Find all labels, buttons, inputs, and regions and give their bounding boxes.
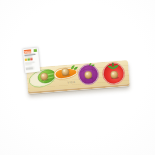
brand-logo-text: Viga [24, 49, 31, 53]
product-photo: VIGA [0, 0, 155, 155]
board-brand-stamp: VIGA [67, 81, 75, 85]
puzzle-board: VIGA [26, 60, 130, 94]
puzzle-pieces-layer: VIGA [26, 60, 130, 92]
product-tag: Viga [23, 47, 40, 72]
